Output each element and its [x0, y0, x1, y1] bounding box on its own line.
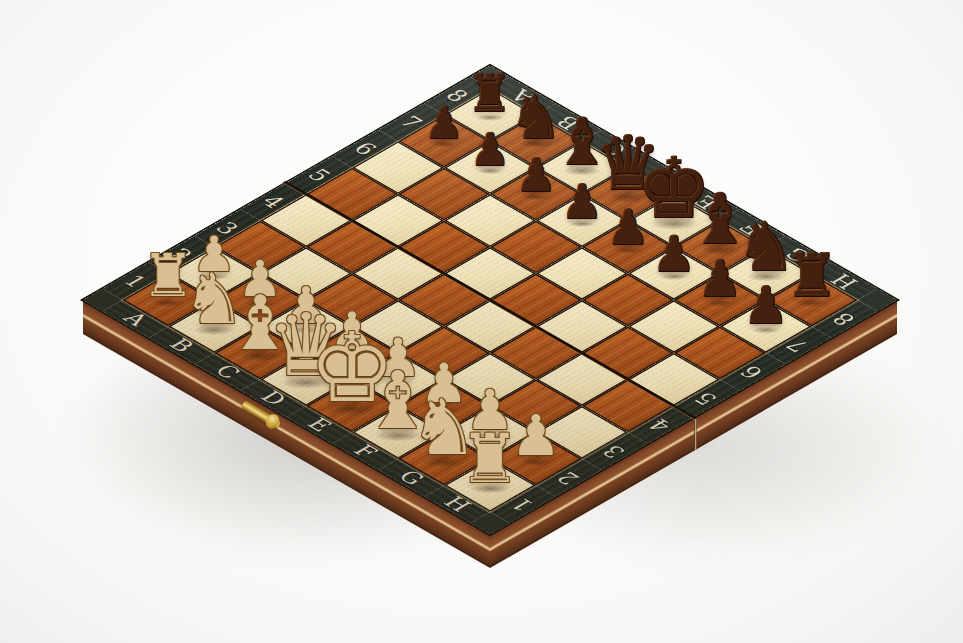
chess-board: ABCDEFGH8877665544332211ABCDEFGH — [83, 65, 898, 534]
chess-set-photo: ABCDEFGH8877665544332211ABCDEFGH ♜♞♟♝♟♛♟… — [0, 0, 963, 643]
board-grid: ABCDEFGH8877665544332211ABCDEFGH — [83, 65, 898, 534]
fold-seam-side-cut — [694, 415, 697, 451]
